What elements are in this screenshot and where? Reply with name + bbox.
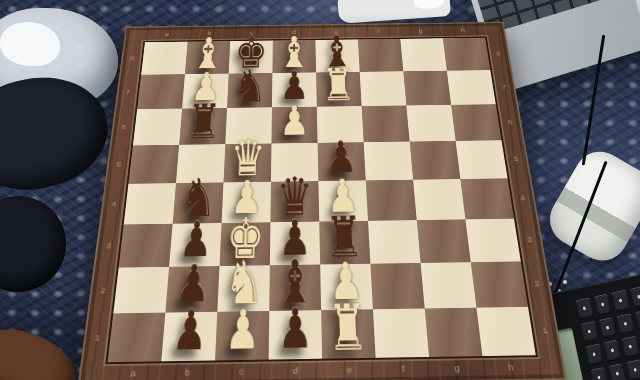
square-a1[interactable] (108, 313, 166, 363)
device-key (616, 313, 634, 335)
coord-label-file-e-bottom: e (343, 365, 356, 375)
device-key (590, 366, 608, 380)
coord-label-file-a-top: a (162, 31, 172, 37)
coord-label-rank-7-right: 7 (498, 83, 509, 90)
square-g8[interactable] (400, 38, 446, 71)
piece-white-rook[interactable]: ♜ (321, 289, 376, 364)
square-f3[interactable] (368, 220, 421, 264)
square-d1[interactable]: ♟ (269, 310, 323, 359)
laptop-trackpad (624, 0, 640, 21)
square-a2[interactable] (113, 267, 169, 314)
coord-label-rank-3-left: 3 (102, 242, 115, 250)
coord-label-file-g-bottom: g (450, 363, 463, 373)
device-keypad (575, 286, 640, 380)
device-key (580, 320, 598, 342)
square-a6[interactable] (133, 109, 182, 146)
coord-label-rank-6-left: 6 (118, 124, 129, 131)
piece-white-pawn[interactable]: ♟ (215, 291, 270, 367)
device-key (603, 339, 621, 361)
square-a3[interactable] (119, 224, 173, 268)
square-c7[interactable]: ♞ (227, 73, 272, 108)
device-key (634, 309, 640, 331)
square-h3[interactable] (465, 219, 520, 263)
coord-label-file-b-bottom: b (181, 368, 194, 378)
square-f7[interactable] (360, 71, 407, 106)
piece-white-pawn[interactable]: ♟ (271, 92, 317, 148)
square-e7[interactable]: ♜ (316, 72, 362, 107)
device-key (575, 297, 593, 319)
square-h5[interactable] (456, 140, 508, 179)
square-a4[interactable] (124, 183, 176, 224)
square-e1[interactable]: ♜ (321, 309, 376, 358)
coord-label-rank-3-right: 3 (523, 235, 536, 243)
square-h4[interactable] (460, 178, 514, 219)
square-a8[interactable] (141, 42, 187, 75)
coord-label-file-h-top: h (458, 27, 469, 33)
board-border: ♝♚♝♝♟♞♟♜♜♟♛♟♞♟♛♟♟♚♟♜♟♞♝♟♟♟♟♜ aabbccddeef… (77, 22, 567, 380)
square-c1[interactable]: ♟ (215, 311, 269, 361)
coord-label-rank-2-left: 2 (97, 286, 110, 295)
piece-black-rook[interactable]: ♜ (179, 93, 228, 149)
square-h6[interactable] (451, 104, 501, 141)
plastic-bag-highlight (0, 22, 60, 66)
square-g5[interactable] (410, 141, 461, 180)
coord-label-rank-1-right: 1 (538, 326, 552, 335)
dark-object-left-lower (0, 196, 66, 292)
coord-label-rank-4-left: 4 (108, 200, 120, 208)
square-g4[interactable] (413, 179, 465, 220)
brown-object-bottom-left (0, 320, 85, 380)
square-a7[interactable] (137, 74, 185, 109)
coord-label-rank-5-left: 5 (113, 161, 125, 169)
coord-label-rank-8-left: 8 (127, 55, 138, 61)
square-f4[interactable] (366, 180, 417, 221)
square-g1[interactable] (425, 308, 483, 357)
piece-white-rook[interactable]: ♜ (316, 58, 362, 111)
square-h1[interactable] (476, 307, 535, 356)
device-key (608, 362, 626, 380)
coord-label-rank-7-left: 7 (123, 89, 134, 96)
coord-label-file-d-top: d (289, 29, 299, 35)
coord-label-file-g-top: g (416, 28, 426, 34)
square-d6[interactable]: ♟ (271, 107, 317, 144)
white-paper-highlight (413, 0, 444, 10)
board-grid[interactable]: ♝♚♝♝♟♞♟♜♜♟♛♟♞♟♛♟♟♚♟♜♟♞♝♟♟♟♟♜ (108, 38, 536, 362)
device-key (598, 316, 616, 338)
coord-label-rank-5-right: 5 (510, 155, 522, 162)
piece-black-pawn[interactable]: ♟ (269, 290, 323, 365)
coord-label-file-b-top: b (204, 30, 214, 36)
coord-label-file-c-top: c (247, 30, 257, 36)
piece-black-knight[interactable]: ♞ (227, 59, 273, 112)
coord-label-file-h-bottom: h (504, 362, 518, 372)
square-f8[interactable] (358, 39, 403, 72)
device-key (593, 293, 611, 315)
photo-scene: ♝♚♝♝♟♞♟♜♜♟♛♟♞♟♛♟♟♚♟♜♟♞♝♟♟♟♟♜ aabbccddeef… (0, 0, 640, 380)
coord-label-file-f-top: f (373, 28, 383, 34)
square-h2[interactable] (471, 261, 528, 307)
white-paper (337, 0, 451, 24)
square-f2[interactable] (370, 263, 424, 309)
square-g7[interactable] (403, 71, 451, 106)
coord-label-rank-1-left: 1 (91, 333, 104, 343)
coord-label-file-e-top: e (331, 29, 341, 35)
coord-label-rank-2-right: 2 (531, 279, 544, 288)
square-f6[interactable] (362, 105, 410, 142)
device-key (626, 359, 640, 380)
square-b1[interactable]: ♟ (161, 312, 217, 362)
chessboard[interactable]: ♝♚♝♝♟♞♟♜♜♟♛♟♞♟♛♟♟♚♟♜♟♞♝♟♟♟♟♜ aabbccddeef… (77, 22, 567, 380)
device-key (629, 286, 640, 308)
coord-label-file-a-bottom: a (127, 368, 140, 378)
square-g2[interactable] (421, 262, 477, 308)
coord-label-file-f-bottom: f (397, 364, 410, 374)
piece-black-pawn[interactable]: ♟ (161, 292, 218, 368)
device-key (621, 336, 639, 358)
square-f1[interactable] (373, 308, 429, 357)
device-key (611, 290, 629, 312)
coord-label-rank-6-right: 6 (504, 118, 516, 125)
square-h8[interactable] (443, 38, 491, 71)
coord-label-file-d-bottom: d (289, 366, 301, 376)
square-b6[interactable]: ♜ (179, 108, 227, 145)
coord-label-rank-8-right: 8 (493, 50, 504, 56)
device-key (585, 343, 603, 365)
square-g6[interactable] (406, 105, 455, 142)
square-f5[interactable] (364, 142, 413, 181)
square-g3[interactable] (417, 219, 471, 263)
coord-label-rank-4-right: 4 (517, 194, 529, 202)
square-a5[interactable] (128, 145, 179, 184)
square-h7[interactable] (447, 70, 496, 105)
coord-label-file-c-bottom: c (235, 367, 248, 377)
